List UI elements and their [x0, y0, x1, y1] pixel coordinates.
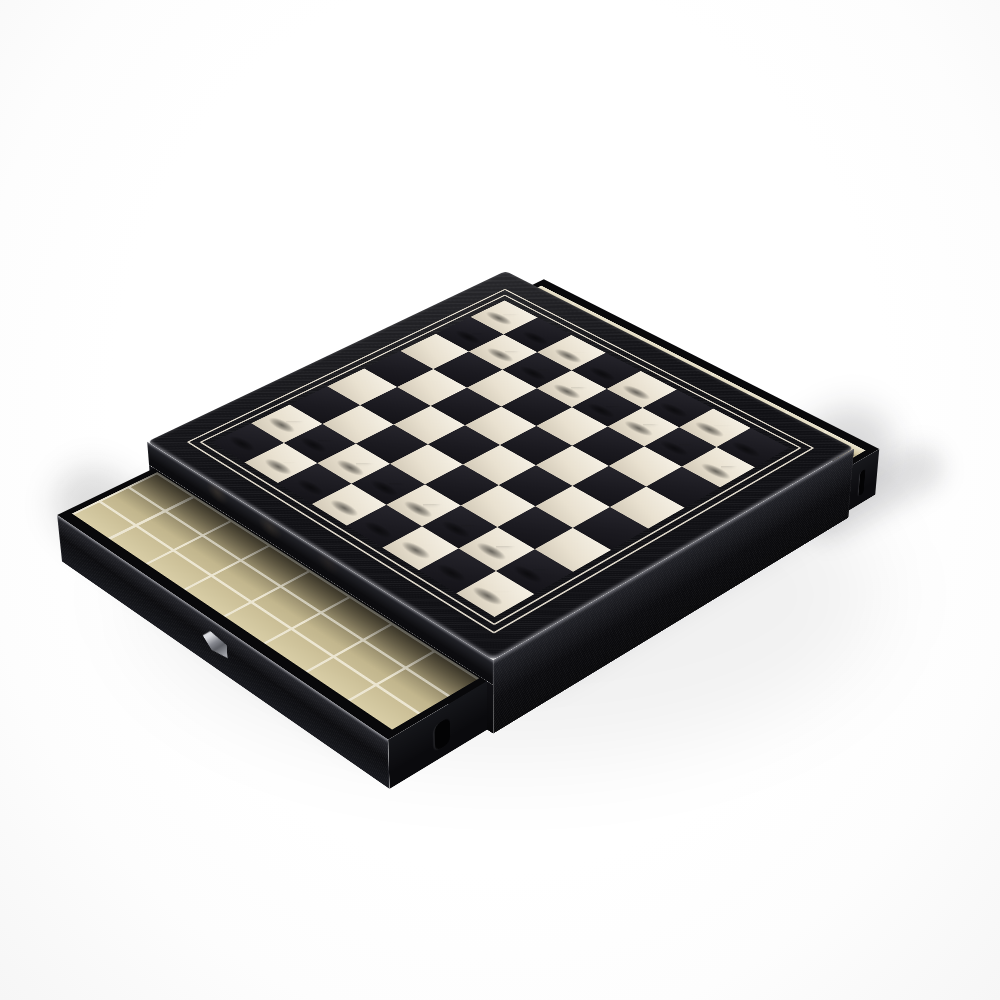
drawer-handle[interactable] [202, 625, 228, 661]
black-pawn-glyph: ♟ [660, 427, 782, 470]
left-drawer-finger-groove [435, 716, 451, 752]
white-rook-glyph: ♜ [428, 533, 558, 594]
right-drawer-finger-groove [858, 468, 865, 496]
chess-box-case: ♜♞♝♛♚♝♞♜♟♟♟♟♟♟♟♟♟♟♟♟♟♟♟♟♜♞♝♛♚♝♞♜ [147, 271, 854, 660]
product-photo-scene: ♜♞♝♛♚♝♞♜♟♟♟♟♟♟♟♟♟♟♟♟♟♟♟♟♜♞♝♛♚♝♞♜ Deluxe … [0, 0, 1000, 1000]
